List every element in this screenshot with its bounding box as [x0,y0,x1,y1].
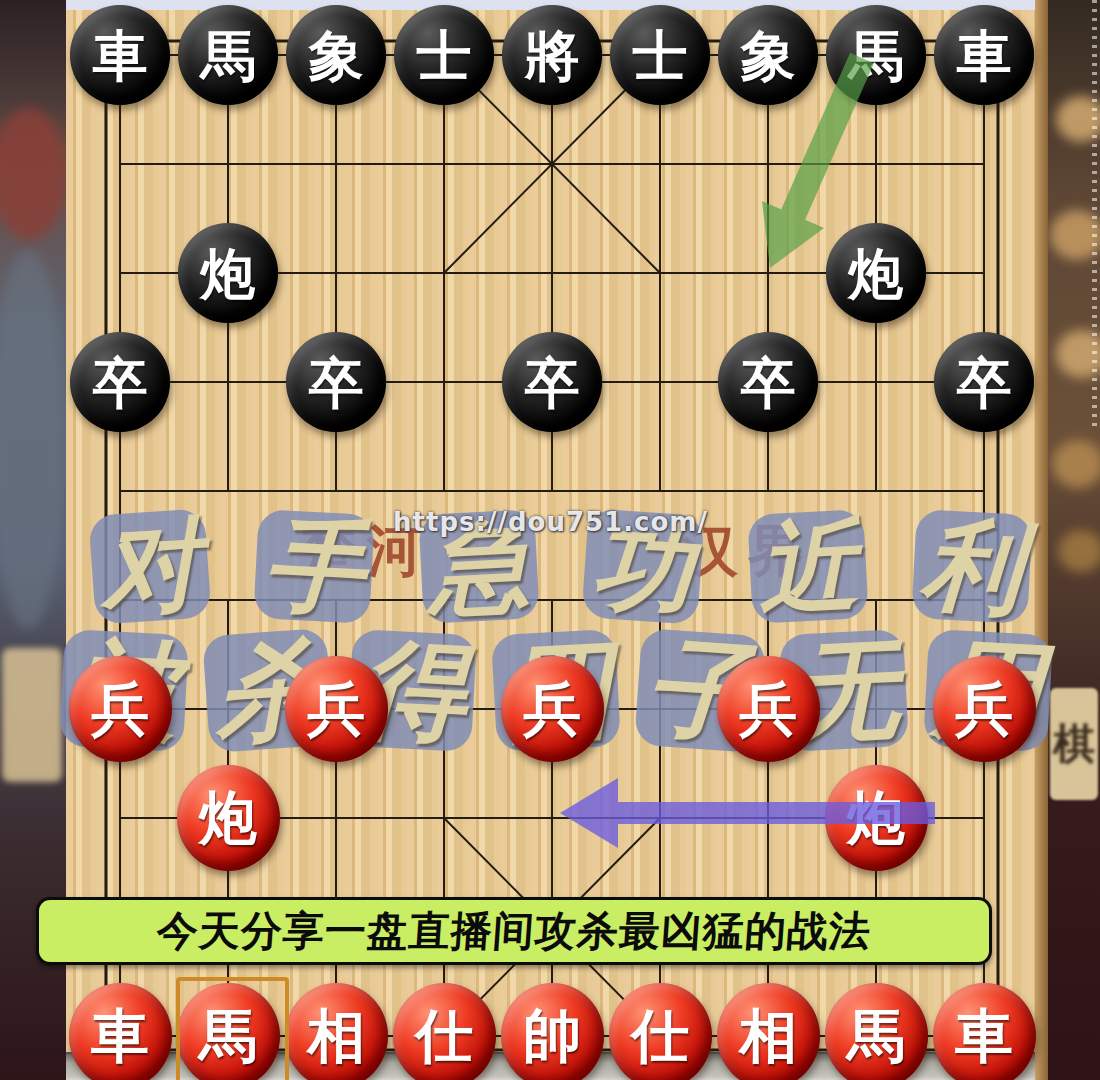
piece-glyph: 卒 [741,355,796,410]
piece-glyph: 兵 [91,680,149,738]
piece-black[interactable]: 炮 [178,223,278,323]
piece-black[interactable]: 卒 [286,332,386,432]
piece-black[interactable]: 卒 [70,332,170,432]
piece-glyph: 炮 [849,246,904,301]
piece-glyph: 卒 [309,355,364,410]
piece-glyph: 仕 [631,1007,689,1065]
piece-black[interactable]: 士 [394,5,494,105]
caption-banner: 今天分享一盘直播间攻杀最凶猛的战法 [36,897,992,965]
piece-black[interactable]: 炮 [826,223,926,323]
piece-red[interactable]: 帥 [501,983,604,1080]
piece-glyph: 相 [307,1007,365,1065]
piece-glyph: 車 [93,28,148,83]
piece-glyph: 車 [91,1007,149,1065]
piece-glyph: 將 [525,28,580,83]
caption-text: 今天分享一盘直播间攻杀最凶猛的战法 [155,904,873,959]
piece-glyph: 仕 [415,1007,473,1065]
piece-black[interactable]: 卒 [502,332,602,432]
piece-black[interactable]: 卒 [718,332,818,432]
piece-glyph: 車 [957,28,1012,83]
piece-glyph: 士 [633,28,688,83]
piece-glyph: 馬 [849,28,904,83]
piece-glyph: 兵 [739,680,797,738]
piece-black[interactable]: 士 [610,5,710,105]
piece-black[interactable]: 馬 [826,5,926,105]
piece-glyph: 卒 [93,355,148,410]
piece-glyph: 兵 [955,680,1013,738]
piece-red[interactable]: 兵 [933,656,1036,762]
piece-black[interactable]: 車 [934,5,1034,105]
selected-square-highlight [176,977,289,1080]
piece-glyph: 相 [739,1007,797,1065]
piece-red[interactable]: 炮 [825,765,928,871]
piece-black[interactable]: 將 [502,5,602,105]
piece-glyph: 炮 [201,246,256,301]
piece-red[interactable]: 兵 [501,656,604,762]
piece-red[interactable]: 車 [69,983,172,1080]
piece-glyph: 炮 [199,789,257,847]
piece-glyph: 馬 [201,28,256,83]
piece-red[interactable]: 炮 [177,765,280,871]
piece-glyph: 炮 [847,789,905,847]
piece-black[interactable]: 馬 [178,5,278,105]
piece-glyph: 卒 [525,355,580,410]
piece-black[interactable]: 車 [70,5,170,105]
piece-glyph: 象 [741,28,796,83]
watermark-url: https://dou751.com/ [66,507,1035,537]
piece-black[interactable]: 卒 [934,332,1034,432]
piece-red[interactable]: 仕 [393,983,496,1080]
piece-red[interactable]: 兵 [717,656,820,762]
piece-red[interactable]: 仕 [609,983,712,1080]
piece-glyph: 象 [309,28,364,83]
piece-black[interactable]: 象 [286,5,386,105]
piece-black[interactable]: 象 [718,5,818,105]
piece-glyph: 兵 [523,680,581,738]
piece-glyph: 兵 [307,680,365,738]
piece-red[interactable]: 兵 [285,656,388,762]
piece-glyph: 車 [955,1007,1013,1065]
piece-red[interactable]: 相 [717,983,820,1080]
piece-red[interactable]: 車 [933,983,1036,1080]
piece-glyph: 帥 [523,1007,581,1065]
piece-red[interactable]: 兵 [69,656,172,762]
piece-glyph: 卒 [957,355,1012,410]
piece-red[interactable]: 相 [285,983,388,1080]
piece-red[interactable]: 馬 [825,983,928,1080]
piece-glyph: 馬 [847,1007,905,1065]
piece-glyph: 士 [417,28,472,83]
